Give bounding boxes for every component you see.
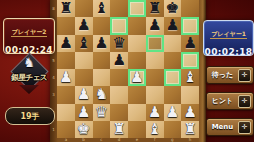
file-label-g: g — [164, 138, 182, 142]
square-h5[interactable] — [181, 52, 199, 69]
square-d8[interactable] — [110, 0, 128, 17]
square-h6[interactable]: ♟ — [181, 35, 199, 52]
square-e1[interactable] — [128, 121, 146, 138]
square-e5[interactable] — [128, 52, 146, 69]
file-label-b: b — [75, 138, 93, 142]
menu-button[interactable]: Menu ✛ — [206, 118, 254, 136]
piece-black-pawn[interactable]: ♟ — [93, 35, 111, 52]
piece-black-queen[interactable]: ♛ — [110, 35, 128, 52]
piece-white-king[interactable]: ♚ — [75, 121, 93, 138]
square-b8[interactable] — [75, 0, 93, 17]
player2-panel: プレイヤー2 00:02:24 — [3, 18, 55, 54]
square-d2[interactable] — [110, 104, 128, 121]
player1-label: プレイヤー1 — [210, 30, 247, 39]
gamepad-button-icon: ✛ — [238, 69, 251, 82]
gamepad-button-icon: ✛ — [238, 121, 251, 134]
file-label-c: c — [93, 138, 111, 142]
square-g8[interactable]: ♚ — [164, 0, 182, 17]
square-e3[interactable] — [128, 86, 146, 103]
player1-clock: 00:02:18 — [205, 47, 253, 57]
square-c1[interactable] — [93, 121, 111, 138]
square-a4[interactable]: ♟ — [57, 69, 75, 86]
app-logo: ♞ 銀星チェス — [6, 55, 52, 103]
square-g1[interactable] — [164, 121, 182, 138]
menu-button-label: Menu — [207, 123, 238, 131]
player2-label: プレイヤー2 — [11, 28, 48, 37]
square-f2[interactable]: ♟ — [146, 104, 164, 121]
square-g3[interactable] — [164, 86, 182, 103]
move-counter-button[interactable]: 19手 — [5, 107, 55, 125]
square-d3[interactable] — [110, 86, 128, 103]
square-f4[interactable] — [146, 69, 164, 86]
board-frame: 87654321 ♜♝♜♚♟♟♟♟♝♟♛♟♟♟♟♝♟♞♟♛♟♟♟♚♜♝♜ abc… — [50, 0, 206, 142]
piece-black-rook[interactable]: ♜ — [57, 0, 75, 17]
square-c4[interactable] — [93, 69, 111, 86]
piece-black-bishop[interactable]: ♝ — [75, 35, 93, 52]
square-e7[interactable] — [128, 17, 146, 34]
square-h3[interactable] — [181, 86, 199, 103]
piece-black-pawn[interactable]: ♟ — [181, 35, 199, 52]
action-button-group: 待った ✛ ヒント ✛ Menu ✛ — [206, 66, 254, 136]
square-d1[interactable]: ♜ — [110, 121, 128, 138]
square-f5[interactable] — [146, 52, 164, 69]
square-b4[interactable] — [75, 69, 93, 86]
square-e8[interactable] — [128, 0, 146, 17]
piece-black-pawn[interactable]: ♟ — [57, 35, 75, 52]
square-f1[interactable]: ♝ — [146, 121, 164, 138]
square-g7[interactable]: ♟ — [164, 17, 182, 34]
square-d6[interactable]: ♛ — [110, 35, 128, 52]
piece-black-pawn[interactable]: ♟ — [110, 52, 128, 69]
square-a7[interactable] — [57, 17, 75, 34]
square-f7[interactable]: ♟ — [146, 17, 164, 34]
piece-white-bishop[interactable]: ♝ — [146, 121, 164, 138]
file-label-e: e — [128, 138, 146, 142]
square-h1[interactable]: ♜ — [181, 121, 199, 138]
piece-white-pawn[interactable]: ♟ — [75, 104, 93, 121]
undo-button[interactable]: 待った ✛ — [206, 66, 254, 84]
game-screen: 87654321 ♜♝♜♚♟♟♟♟♝♟♛♟♟♟♟♝♟♞♟♛♟♟♟♚♜♝♜ abc… — [0, 0, 254, 142]
player1-panel: プレイヤー1 00:02:18 — [203, 20, 254, 56]
square-a8[interactable]: ♜ — [57, 0, 75, 17]
file-labels: abcdefgh — [57, 138, 199, 142]
piece-white-pawn[interactable]: ♟ — [164, 104, 182, 121]
knight-emblem-icon: ♞ — [6, 56, 52, 70]
piece-white-knight[interactable]: ♞ — [93, 86, 111, 103]
square-h4[interactable]: ♝ — [181, 69, 199, 86]
square-f8[interactable]: ♜ — [146, 0, 164, 17]
piece-black-king[interactable]: ♚ — [164, 0, 182, 17]
logo-ribbon — [19, 85, 39, 94]
piece-black-bishop[interactable]: ♝ — [93, 0, 111, 17]
rank-label-8: 8 — [51, 0, 56, 17]
file-label-h: h — [181, 138, 199, 142]
piece-white-pawn[interactable]: ♟ — [181, 104, 199, 121]
square-a6[interactable]: ♟ — [57, 35, 75, 52]
square-b6[interactable]: ♝ — [75, 35, 93, 52]
square-d7[interactable] — [110, 17, 128, 34]
file-label-a: a — [57, 138, 75, 142]
square-a3[interactable] — [57, 86, 75, 103]
piece-white-pawn[interactable]: ♟ — [75, 86, 93, 103]
piece-white-pawn[interactable]: ♟ — [146, 104, 164, 121]
undo-button-label: 待った — [207, 71, 238, 79]
square-g5[interactable] — [164, 52, 182, 69]
piece-white-pawn[interactable]: ♟ — [57, 69, 75, 86]
square-c8[interactable]: ♝ — [93, 0, 111, 17]
square-d4[interactable] — [110, 69, 128, 86]
square-h2[interactable]: ♟ — [181, 104, 199, 121]
piece-white-pawn[interactable]: ♟ — [128, 69, 146, 86]
square-d5[interactable]: ♟ — [110, 52, 128, 69]
piece-black-pawn[interactable]: ♟ — [164, 17, 182, 34]
square-e2[interactable] — [128, 104, 146, 121]
file-label-d: d — [110, 138, 128, 142]
chess-board: ♜♝♜♚♟♟♟♟♝♟♛♟♟♟♟♝♟♞♟♛♟♟♟♚♜♝♜ — [57, 0, 199, 138]
piece-black-pawn[interactable]: ♟ — [75, 17, 93, 34]
square-b7[interactable]: ♟ — [75, 17, 93, 34]
piece-black-rook[interactable]: ♜ — [146, 0, 164, 17]
square-c7[interactable] — [93, 17, 111, 34]
move-counter-label: 19手 — [20, 111, 39, 122]
square-c6[interactable]: ♟ — [93, 35, 111, 52]
square-c3[interactable]: ♞ — [93, 86, 111, 103]
square-f6[interactable] — [146, 35, 164, 52]
piece-black-pawn[interactable]: ♟ — [146, 17, 164, 34]
square-b3[interactable]: ♟ — [75, 86, 93, 103]
app-title: 銀星チェス — [3, 73, 55, 82]
square-g2[interactable]: ♟ — [164, 104, 182, 121]
square-b2[interactable]: ♟ — [75, 104, 93, 121]
square-b5[interactable] — [75, 52, 93, 69]
square-c2[interactable]: ♛ — [93, 104, 111, 121]
square-e4[interactable]: ♟ — [128, 69, 146, 86]
square-b1[interactable]: ♚ — [75, 121, 93, 138]
square-g6[interactable] — [164, 35, 182, 52]
piece-white-bishop[interactable]: ♝ — [181, 69, 199, 86]
square-a5[interactable] — [57, 52, 75, 69]
piece-white-rook[interactable]: ♜ — [110, 121, 128, 138]
square-e6[interactable] — [128, 35, 146, 52]
gamepad-button-icon: ✛ — [238, 95, 251, 108]
square-h7[interactable] — [181, 17, 199, 34]
piece-white-rook[interactable]: ♜ — [181, 121, 199, 138]
square-c5[interactable] — [93, 52, 111, 69]
hint-button[interactable]: ヒント ✛ — [206, 92, 254, 110]
square-f3[interactable] — [146, 86, 164, 103]
square-a1[interactable] — [57, 121, 75, 138]
piece-white-queen[interactable]: ♛ — [93, 104, 111, 121]
square-a2[interactable] — [57, 104, 75, 121]
square-g4[interactable] — [164, 69, 182, 86]
file-label-f: f — [146, 138, 164, 142]
square-h8[interactable] — [181, 0, 199, 17]
hint-button-label: ヒント — [207, 97, 238, 105]
